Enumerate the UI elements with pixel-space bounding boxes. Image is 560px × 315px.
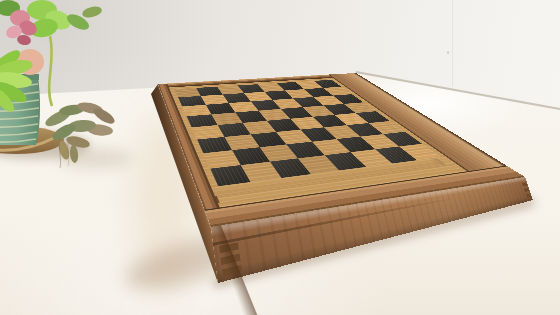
- plant-succulent: [0, 0, 150, 172]
- stem: [49, 36, 52, 106]
- finger-joint-mark: [526, 193, 531, 197]
- finger-joint-mark: [522, 183, 527, 187]
- finger-joint-mark: [155, 86, 158, 91]
- scene: [0, 0, 560, 315]
- wall-corner-line: [452, 0, 453, 86]
- trailing-leaves: [43, 100, 117, 168]
- finger-joint-mark: [524, 188, 529, 192]
- wall-speck: [447, 51, 449, 54]
